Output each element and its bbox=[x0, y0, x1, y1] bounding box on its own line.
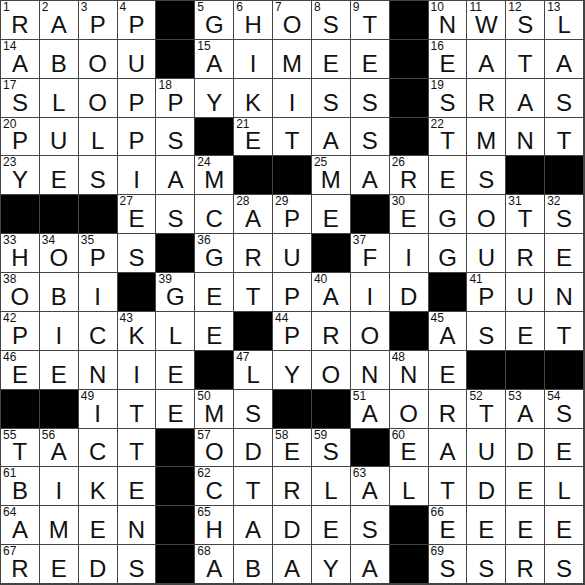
cell-r6c5[interactable]: S bbox=[156, 195, 195, 234]
cell-letter-r15c3: D bbox=[79, 557, 117, 581]
cell-r12c7[interactable]: D bbox=[234, 429, 273, 468]
cell-r8c8[interactable]: P bbox=[273, 273, 312, 312]
cell-r4c12[interactable]: 22T bbox=[429, 118, 468, 157]
cell-r5c11[interactable]: 26R bbox=[390, 156, 429, 195]
crossword-grid: 1R2A3P4P5G6H7O8S9T10N11W12S13L14ABOU15AI… bbox=[0, 0, 585, 585]
cell-letter-r6c4: E bbox=[118, 207, 156, 231]
cell-r11c13[interactable]: 52T bbox=[467, 390, 506, 429]
cell-letter-r3c6: Y bbox=[195, 91, 233, 115]
cell-r1c4[interactable]: 4P bbox=[118, 1, 157, 40]
cell-r6c8[interactable]: 29P bbox=[273, 195, 312, 234]
cell-letter-r6c13: O bbox=[467, 207, 505, 231]
cell-r12c12[interactable]: A bbox=[429, 429, 468, 468]
cell-letter-r7c7: R bbox=[234, 246, 272, 270]
cell-r1c14[interactable]: 12S bbox=[506, 1, 545, 40]
cell-letter-r9c10: O bbox=[351, 324, 389, 348]
cell-r15c3[interactable]: D bbox=[79, 545, 118, 584]
cell-r12c9[interactable]: 59S bbox=[312, 429, 351, 468]
cell-r7c3[interactable]: 35P bbox=[79, 234, 118, 273]
cell-r14c7[interactable]: A bbox=[234, 506, 273, 545]
cell-r11c4[interactable]: T bbox=[118, 390, 157, 429]
cell-letter-r2c14: T bbox=[506, 52, 544, 76]
cell-letter-r14c14: E bbox=[506, 518, 544, 542]
cell-r15c12[interactable]: 69S bbox=[429, 545, 468, 584]
black-cell-r15c11 bbox=[390, 545, 429, 584]
black-cell-r1c5 bbox=[156, 1, 195, 40]
black-cell-r6c2 bbox=[40, 195, 79, 234]
cell-r2c2[interactable]: B bbox=[40, 40, 79, 79]
cell-r2c1[interactable]: 14A bbox=[1, 40, 40, 79]
cell-r10c5[interactable]: E bbox=[156, 351, 195, 390]
cell-r4c2[interactable]: U bbox=[40, 118, 79, 157]
cell-r13c9[interactable]: L bbox=[312, 467, 351, 506]
cell-letter-r15c14: R bbox=[506, 557, 544, 581]
cell-r13c7[interactable]: T bbox=[234, 467, 273, 506]
black-cell-r5c7 bbox=[234, 156, 273, 195]
cell-r9c3[interactable]: C bbox=[79, 312, 118, 351]
cell-letter-r3c3: O bbox=[79, 91, 117, 115]
cell-letter-r11c15: S bbox=[545, 402, 583, 426]
cell-letter-r1c1: R bbox=[1, 13, 39, 37]
cell-r4c8[interactable]: T bbox=[273, 118, 312, 157]
cell-letter-r1c6: G bbox=[195, 13, 233, 37]
cell-r6c11[interactable]: 30E bbox=[390, 195, 429, 234]
cell-r12c3[interactable]: C bbox=[79, 429, 118, 468]
cell-r4c5[interactable]: S bbox=[156, 118, 195, 157]
cell-r9c5[interactable]: L bbox=[156, 312, 195, 351]
cell-letter-r12c7: D bbox=[234, 440, 272, 464]
cell-r14c9[interactable]: E bbox=[312, 506, 351, 545]
cell-letter-r1c9: S bbox=[312, 13, 350, 37]
cell-r5c3[interactable]: S bbox=[79, 156, 118, 195]
cell-r15c9[interactable]: Y bbox=[312, 545, 351, 584]
cell-r12c13[interactable]: U bbox=[467, 429, 506, 468]
cell-r3c13[interactable]: R bbox=[467, 79, 506, 118]
cell-r2c14[interactable]: T bbox=[506, 40, 545, 79]
cell-r1c2[interactable]: 2A bbox=[40, 1, 79, 40]
cell-r4c14[interactable]: N bbox=[506, 118, 545, 157]
cell-r4c1[interactable]: 20P bbox=[1, 118, 40, 157]
cell-r13c2[interactable]: I bbox=[40, 467, 79, 506]
cell-r3c9[interactable]: S bbox=[312, 79, 351, 118]
cell-r5c6[interactable]: 24M bbox=[195, 156, 234, 195]
cell-r11c11[interactable]: O bbox=[390, 390, 429, 429]
cell-letter-r1c13: W bbox=[467, 13, 505, 37]
cell-letter-r1c2: A bbox=[40, 13, 78, 37]
cell-letter-r5c1: Y bbox=[1, 168, 39, 192]
cell-letter-r4c5: S bbox=[156, 129, 194, 153]
cell-r6c12[interactable]: G bbox=[429, 195, 468, 234]
black-cell-r11c2 bbox=[40, 390, 79, 429]
cell-r15c13[interactable]: S bbox=[467, 545, 506, 584]
cell-letter-r3c9: S bbox=[312, 91, 350, 115]
cell-letter-r9c3: C bbox=[79, 324, 117, 348]
cell-r4c4[interactable]: P bbox=[118, 118, 157, 157]
cell-r15c4[interactable]: S bbox=[118, 545, 157, 584]
cell-r14c13[interactable]: E bbox=[467, 506, 506, 545]
cell-r5c1[interactable]: 23Y bbox=[1, 156, 40, 195]
cell-letter-r3c15: S bbox=[545, 91, 583, 115]
cell-r13c11[interactable]: L bbox=[390, 467, 429, 506]
cell-letter-r5c9: M bbox=[312, 168, 350, 192]
cell-letter-r13c13: D bbox=[467, 479, 505, 503]
cell-r13c10[interactable]: 63A bbox=[351, 467, 390, 506]
cell-letter-r4c2: U bbox=[40, 129, 78, 153]
cell-r8c3[interactable]: I bbox=[79, 273, 118, 312]
cell-letter-r10c10: N bbox=[351, 363, 389, 387]
cell-r10c8[interactable]: Y bbox=[273, 351, 312, 390]
cell-r15c1[interactable]: 67R bbox=[1, 545, 40, 584]
cell-letter-r14c7: A bbox=[234, 518, 272, 542]
cell-r11c14[interactable]: 53A bbox=[506, 390, 545, 429]
cell-letter-r2c15: A bbox=[545, 52, 583, 76]
cell-r2c7[interactable]: I bbox=[234, 40, 273, 79]
cell-r1c3[interactable]: 3P bbox=[79, 1, 118, 40]
cell-r9c12[interactable]: 45A bbox=[429, 312, 468, 351]
cell-r11c10[interactable]: 51A bbox=[351, 390, 390, 429]
cell-letter-r3c5: P bbox=[156, 91, 194, 115]
black-cell-r4c11 bbox=[390, 118, 429, 157]
cell-r9c14[interactable]: E bbox=[506, 312, 545, 351]
black-cell-r14c11 bbox=[390, 506, 429, 545]
cell-r10c12[interactable]: E bbox=[429, 351, 468, 390]
cell-r4c15[interactable]: T bbox=[545, 118, 584, 157]
cell-r1c10[interactable]: 9T bbox=[351, 1, 390, 40]
cell-r12c8[interactable]: 58E bbox=[273, 429, 312, 468]
cell-r7c15[interactable]: E bbox=[545, 234, 584, 273]
cell-letter-r6c6: C bbox=[195, 207, 233, 231]
cell-r8c2[interactable]: B bbox=[40, 273, 79, 312]
cell-r6c6[interactable]: C bbox=[195, 195, 234, 234]
cell-r14c3[interactable]: E bbox=[79, 506, 118, 545]
cell-letter-r2c2: B bbox=[40, 52, 78, 76]
cell-r9c10[interactable]: O bbox=[351, 312, 390, 351]
cell-r5c9[interactable]: 25M bbox=[312, 156, 351, 195]
cell-r9c2[interactable]: I bbox=[40, 312, 79, 351]
cell-r9c6[interactable]: E bbox=[195, 312, 234, 351]
cell-letter-r11c10: A bbox=[351, 402, 389, 426]
cell-r3c3[interactable]: O bbox=[79, 79, 118, 118]
cell-r8c7[interactable]: T bbox=[234, 273, 273, 312]
cell-r12c2[interactable]: 56A bbox=[40, 429, 79, 468]
black-cell-r6c3 bbox=[79, 195, 118, 234]
cell-r4c3[interactable]: L bbox=[79, 118, 118, 157]
cell-letter-r10c3: N bbox=[79, 363, 117, 387]
black-cell-r5c8 bbox=[273, 156, 312, 195]
cell-r6c13[interactable]: O bbox=[467, 195, 506, 234]
cell-letter-r7c13: U bbox=[467, 246, 505, 270]
cell-letter-r15c6: A bbox=[195, 557, 233, 581]
cell-r8c15[interactable]: N bbox=[545, 273, 584, 312]
cell-r6c14[interactable]: 31T bbox=[506, 195, 545, 234]
cell-r15c6[interactable]: 68A bbox=[195, 545, 234, 584]
cell-r4c9[interactable]: A bbox=[312, 118, 351, 157]
cell-r10c7[interactable]: 47L bbox=[234, 351, 273, 390]
cell-r11c7[interactable]: S bbox=[234, 390, 273, 429]
cell-r4c10[interactable]: S bbox=[351, 118, 390, 157]
cell-r9c1[interactable]: 42P bbox=[1, 312, 40, 351]
cell-letter-r1c7: H bbox=[234, 13, 272, 37]
cell-letter-r14c1: A bbox=[1, 518, 39, 542]
cell-r7c1[interactable]: 33H bbox=[1, 234, 40, 273]
cell-r10c4[interactable]: I bbox=[118, 351, 157, 390]
cell-r12c14[interactable]: D bbox=[506, 429, 545, 468]
cell-letter-r14c12: E bbox=[429, 518, 467, 542]
cell-r9c13[interactable]: S bbox=[467, 312, 506, 351]
cell-r2c9[interactable]: E bbox=[312, 40, 351, 79]
cell-letter-r12c2: A bbox=[40, 440, 78, 464]
cell-r7c4[interactable]: S bbox=[118, 234, 157, 273]
cell-letter-r1c3: P bbox=[79, 13, 117, 37]
cell-r14c12[interactable]: 66E bbox=[429, 506, 468, 545]
cell-r3c7[interactable]: K bbox=[234, 79, 273, 118]
cell-r3c4[interactable]: P bbox=[118, 79, 157, 118]
cell-letter-r9c14: E bbox=[506, 324, 544, 348]
cell-r7c2[interactable]: 34O bbox=[40, 234, 79, 273]
cell-r14c4[interactable]: N bbox=[118, 506, 157, 545]
cell-r5c13[interactable]: S bbox=[467, 156, 506, 195]
black-cell-r11c8 bbox=[273, 390, 312, 429]
cell-letter-r8c10: I bbox=[351, 285, 389, 309]
cell-r8c1[interactable]: 38O bbox=[1, 273, 40, 312]
cell-r2c3[interactable]: O bbox=[79, 40, 118, 79]
cell-r5c5[interactable]: A bbox=[156, 156, 195, 195]
cell-r13c6[interactable]: 62C bbox=[195, 467, 234, 506]
black-cell-r11c1 bbox=[1, 390, 40, 429]
cell-letter-r4c15: T bbox=[545, 129, 583, 153]
cell-r1c13[interactable]: 11W bbox=[467, 1, 506, 40]
cell-r3c8[interactable]: I bbox=[273, 79, 312, 118]
cell-r13c3[interactable]: K bbox=[79, 467, 118, 506]
cell-letter-r7c10: F bbox=[351, 246, 389, 270]
cell-r13c12[interactable]: T bbox=[429, 467, 468, 506]
cell-r13c13[interactable]: D bbox=[467, 467, 506, 506]
cell-r2c13[interactable]: A bbox=[467, 40, 506, 79]
cell-r13c14[interactable]: E bbox=[506, 467, 545, 506]
cell-letter-r12c14: D bbox=[506, 440, 544, 464]
black-cell-r5c15 bbox=[545, 156, 584, 195]
cell-r10c9[interactable]: O bbox=[312, 351, 351, 390]
cell-r11c6[interactable]: 50M bbox=[195, 390, 234, 429]
cell-r7c10[interactable]: 37F bbox=[351, 234, 390, 273]
cell-r8c9[interactable]: 40A bbox=[312, 273, 351, 312]
cell-letter-r2c10: E bbox=[351, 52, 389, 76]
cell-r3c6[interactable]: Y bbox=[195, 79, 234, 118]
cell-r15c2[interactable]: E bbox=[40, 545, 79, 584]
cell-r3c10[interactable]: S bbox=[351, 79, 390, 118]
cell-r3c5[interactable]: 18P bbox=[156, 79, 195, 118]
cell-r3c15[interactable]: S bbox=[545, 79, 584, 118]
cell-letter-r1c12: N bbox=[429, 13, 467, 37]
cell-letter-r2c4: U bbox=[118, 52, 156, 76]
cell-letter-r2c12: E bbox=[429, 52, 467, 76]
cell-r3c2[interactable]: L bbox=[40, 79, 79, 118]
cell-r6c15[interactable]: 32S bbox=[545, 195, 584, 234]
cell-letter-r13c2: I bbox=[40, 479, 78, 503]
black-cell-r10c13 bbox=[467, 351, 506, 390]
cell-r4c7[interactable]: 21E bbox=[234, 118, 273, 157]
cell-r11c5[interactable]: E bbox=[156, 390, 195, 429]
cell-r5c2[interactable]: E bbox=[40, 156, 79, 195]
cell-letter-r2c8: M bbox=[273, 52, 311, 76]
cell-r5c4[interactable]: I bbox=[118, 156, 157, 195]
black-cell-r13c5 bbox=[156, 467, 195, 506]
cell-r15c14[interactable]: R bbox=[506, 545, 545, 584]
cell-r14c8[interactable]: D bbox=[273, 506, 312, 545]
cell-letter-r8c1: O bbox=[1, 285, 39, 309]
cell-letter-r1c15: L bbox=[545, 13, 583, 37]
cell-letter-r8c11: D bbox=[390, 285, 428, 309]
cell-r15c10[interactable]: A bbox=[351, 545, 390, 584]
cell-letter-r9c9: R bbox=[312, 324, 350, 348]
cell-letter-r11c3: I bbox=[79, 402, 117, 426]
cell-letter-r14c9: E bbox=[312, 518, 350, 542]
cell-r2c12[interactable]: 16E bbox=[429, 40, 468, 79]
black-cell-r9c11 bbox=[390, 312, 429, 351]
cell-r13c1[interactable]: 61B bbox=[1, 467, 40, 506]
cell-letter-r15c15: S bbox=[545, 557, 583, 581]
cell-r14c6[interactable]: 65H bbox=[195, 506, 234, 545]
cell-r8c10[interactable]: I bbox=[351, 273, 390, 312]
cell-r12c15[interactable]: E bbox=[545, 429, 584, 468]
cell-letter-r11c12: R bbox=[429, 402, 467, 426]
cell-letter-r7c4: S bbox=[118, 246, 156, 270]
cell-r9c4[interactable]: 43K bbox=[118, 312, 157, 351]
cell-r7c6[interactable]: 36G bbox=[195, 234, 234, 273]
cell-r15c8[interactable]: A bbox=[273, 545, 312, 584]
cell-letter-r8c14: U bbox=[506, 285, 544, 309]
cell-r7c7[interactable]: R bbox=[234, 234, 273, 273]
cell-r15c15[interactable]: S bbox=[545, 545, 584, 584]
black-cell-r14c5 bbox=[156, 506, 195, 545]
cell-r11c3[interactable]: 49I bbox=[79, 390, 118, 429]
cell-letter-r5c5: A bbox=[156, 168, 194, 192]
cell-r2c15[interactable]: A bbox=[545, 40, 584, 79]
cell-r8c13[interactable]: 41P bbox=[467, 273, 506, 312]
black-cell-r4c6 bbox=[195, 118, 234, 157]
cell-r7c12[interactable]: G bbox=[429, 234, 468, 273]
cell-r7c13[interactable]: U bbox=[467, 234, 506, 273]
cell-letter-r11c4: T bbox=[118, 402, 156, 426]
cell-letter-r12c11: E bbox=[390, 440, 428, 464]
cell-letter-r7c11: I bbox=[390, 246, 428, 270]
cell-letter-r5c2: E bbox=[40, 168, 78, 192]
cell-letter-r4c12: T bbox=[429, 129, 467, 153]
cell-letter-r6c15: S bbox=[545, 207, 583, 231]
cell-r12c4[interactable]: T bbox=[118, 429, 157, 468]
cell-r4c13[interactable]: M bbox=[467, 118, 506, 157]
cell-r14c15[interactable]: E bbox=[545, 506, 584, 545]
cell-letter-r12c8: E bbox=[273, 440, 311, 464]
cell-r1c8[interactable]: 7O bbox=[273, 1, 312, 40]
cell-r11c12[interactable]: R bbox=[429, 390, 468, 429]
cell-r1c15[interactable]: 13L bbox=[545, 1, 584, 40]
cell-r9c15[interactable]: T bbox=[545, 312, 584, 351]
cell-r12c11[interactable]: 60E bbox=[390, 429, 429, 468]
cell-letter-r15c13: S bbox=[467, 557, 505, 581]
cell-letter-r14c13: E bbox=[467, 518, 505, 542]
cell-r6c9[interactable]: E bbox=[312, 195, 351, 234]
cell-r2c4[interactable]: U bbox=[118, 40, 157, 79]
cell-r9c9[interactable]: R bbox=[312, 312, 351, 351]
cell-r12c1[interactable]: 55T bbox=[1, 429, 40, 468]
cell-r5c10[interactable]: A bbox=[351, 156, 390, 195]
black-cell-r5c14 bbox=[506, 156, 545, 195]
cell-r8c14[interactable]: U bbox=[506, 273, 545, 312]
cell-r13c15[interactable]: L bbox=[545, 467, 584, 506]
cell-r1c1[interactable]: 1R bbox=[1, 1, 40, 40]
cell-r10c3[interactable]: N bbox=[79, 351, 118, 390]
black-cell-r6c1 bbox=[1, 195, 40, 234]
cell-letter-r1c8: O bbox=[273, 13, 311, 37]
cell-letter-r7c1: H bbox=[1, 246, 39, 270]
cell-r1c6[interactable]: 5G bbox=[195, 1, 234, 40]
cell-letter-r10c9: O bbox=[312, 363, 350, 387]
cell-r14c14[interactable]: E bbox=[506, 506, 545, 545]
cell-r3c14[interactable]: A bbox=[506, 79, 545, 118]
black-cell-r8c12 bbox=[429, 273, 468, 312]
cell-r2c10[interactable]: E bbox=[351, 40, 390, 79]
cell-letter-r8c9: A bbox=[312, 285, 350, 309]
cell-r7c8[interactable]: U bbox=[273, 234, 312, 273]
cell-r2c8[interactable]: M bbox=[273, 40, 312, 79]
black-cell-r2c5 bbox=[156, 40, 195, 79]
cell-r12c6[interactable]: 57O bbox=[195, 429, 234, 468]
cell-r8c6[interactable]: E bbox=[195, 273, 234, 312]
cell-letter-r3c14: A bbox=[506, 91, 544, 115]
cell-r5c12[interactable]: E bbox=[429, 156, 468, 195]
cell-letter-r15c4: S bbox=[118, 557, 156, 581]
cell-letter-r12c9: S bbox=[312, 440, 350, 464]
cell-r6c7[interactable]: 28A bbox=[234, 195, 273, 234]
cell-letter-r3c2: L bbox=[40, 91, 78, 115]
cell-letter-r10c8: Y bbox=[273, 363, 311, 387]
cell-r13c4[interactable]: E bbox=[118, 467, 157, 506]
cell-letter-r2c13: A bbox=[467, 52, 505, 76]
cell-r1c7[interactable]: 6H bbox=[234, 1, 273, 40]
cell-letter-r2c7: I bbox=[234, 52, 272, 76]
cell-r10c10[interactable]: N bbox=[351, 351, 390, 390]
cell-r14c10[interactable]: S bbox=[351, 506, 390, 545]
cell-letter-r4c9: A bbox=[312, 129, 350, 153]
cell-r14c1[interactable]: 64A bbox=[1, 506, 40, 545]
cell-r11c15[interactable]: 54S bbox=[545, 390, 584, 429]
cell-letter-r9c1: P bbox=[1, 324, 39, 348]
cell-letter-r15c10: A bbox=[351, 557, 389, 581]
cell-letter-r9c8: P bbox=[273, 324, 311, 348]
cell-r13c8[interactable]: R bbox=[273, 467, 312, 506]
cell-r10c1[interactable]: 46E bbox=[1, 351, 40, 390]
cell-r2c6[interactable]: 15A bbox=[195, 40, 234, 79]
cell-r15c7[interactable]: B bbox=[234, 545, 273, 584]
cell-r3c12[interactable]: 19S bbox=[429, 79, 468, 118]
cell-r1c9[interactable]: 8S bbox=[312, 1, 351, 40]
cell-r8c11[interactable]: D bbox=[390, 273, 429, 312]
cell-r9c8[interactable]: 44P bbox=[273, 312, 312, 351]
cell-r1c12[interactable]: 10N bbox=[429, 1, 468, 40]
cell-r6c4[interactable]: 27E bbox=[118, 195, 157, 234]
cell-r14c2[interactable]: M bbox=[40, 506, 79, 545]
cell-letter-r15c8: A bbox=[273, 557, 311, 581]
cell-r7c14[interactable]: R bbox=[506, 234, 545, 273]
cell-r10c11[interactable]: 48N bbox=[390, 351, 429, 390]
cell-r8c5[interactable]: 39G bbox=[156, 273, 195, 312]
cell-r3c1[interactable]: 17S bbox=[1, 79, 40, 118]
cell-letter-r11c11: O bbox=[390, 402, 428, 426]
cell-r7c11[interactable]: I bbox=[390, 234, 429, 273]
cell-letter-r11c7: S bbox=[234, 402, 272, 426]
cell-r10c2[interactable]: E bbox=[40, 351, 79, 390]
